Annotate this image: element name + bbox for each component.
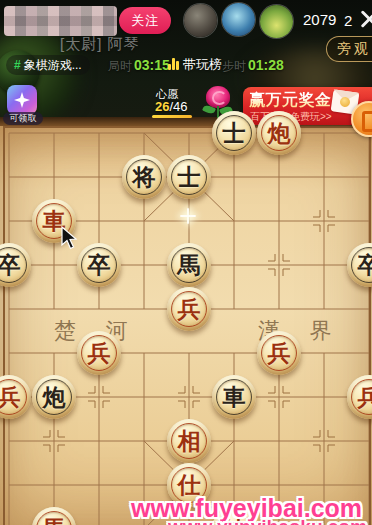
gift-box-icon[interactable] bbox=[7, 85, 37, 115]
piece-black-車-56[interactable]: 車 bbox=[212, 375, 256, 419]
piece-glyph: 卒 bbox=[347, 243, 372, 287]
piece-black-卒-23[interactable]: 卒 bbox=[77, 243, 121, 287]
game-timer-label: 局时 bbox=[108, 59, 132, 73]
viewer-avatar-3[interactable] bbox=[260, 5, 293, 38]
piece-black-馬-43[interactable]: 馬 bbox=[167, 243, 211, 287]
move-sparkle-effect bbox=[180, 208, 196, 224]
corner-count: 2 bbox=[344, 12, 352, 29]
wish-progress: 26/46 bbox=[155, 99, 188, 114]
piece-black-卒-83[interactable]: 卒 bbox=[347, 243, 372, 287]
piece-black-炮-16[interactable]: 炮 bbox=[32, 375, 76, 419]
hashtag-pill[interactable]: # 象棋游戏... bbox=[6, 55, 90, 75]
piece-glyph: 兵 bbox=[257, 331, 301, 375]
prize-banner-title: 赢万元奖金 bbox=[249, 90, 332, 111]
ranking-bars-icon bbox=[168, 58, 180, 70]
move-timer: 步时01:28 bbox=[222, 57, 284, 75]
piece-glyph: 士 bbox=[167, 155, 211, 199]
piece-red-兵-65[interactable]: 兵 bbox=[257, 331, 301, 375]
follow-button[interactable]: 关注 bbox=[119, 7, 171, 34]
piece-black-将-31[interactable]: 将 bbox=[122, 155, 166, 199]
blurred-streamer-info bbox=[4, 6, 117, 36]
streamer-name: [太尉] 阿琴 bbox=[60, 35, 140, 54]
piece-red-炮-60[interactable]: 炮 bbox=[257, 111, 301, 155]
live-stream-screen: 楚 河 漢 界 士炮将士車卒卒馬卒兵兵兵兵炮車兵相仕馬帥 关注 2079 2 [… bbox=[0, 0, 372, 525]
close-icon[interactable] bbox=[357, 7, 372, 31]
viewer-avatar-2[interactable] bbox=[222, 3, 255, 36]
piece-glyph: 炮 bbox=[32, 375, 76, 419]
piece-red-兵-86[interactable]: 兵 bbox=[347, 375, 372, 419]
piece-glyph: 将 bbox=[122, 155, 166, 199]
mouse-cursor bbox=[60, 226, 80, 250]
wish-underline bbox=[152, 115, 192, 118]
piece-glyph: 兵 bbox=[167, 287, 211, 331]
piece-black-卒-03[interactable]: 卒 bbox=[0, 243, 31, 287]
play-rank-button[interactable]: 带玩榜 bbox=[183, 56, 222, 74]
piece-glyph: 卒 bbox=[77, 243, 121, 287]
spectate-button[interactable]: 旁观 bbox=[326, 36, 372, 62]
piece-glyph: 卒 bbox=[0, 243, 31, 287]
watermark-line2: www.yunyibaoku.com bbox=[168, 516, 367, 525]
piece-red-相-47[interactable]: 相 bbox=[167, 419, 211, 463]
piece-red-兵-25[interactable]: 兵 bbox=[77, 331, 121, 375]
piece-glyph: 士 bbox=[212, 111, 256, 155]
hashtag-label: 象棋游戏... bbox=[24, 57, 82, 74]
viewer-avatar-1[interactable] bbox=[184, 4, 217, 37]
move-timer-label: 步时 bbox=[222, 59, 246, 73]
hash-icon: # bbox=[14, 58, 21, 72]
piece-glyph: 相 bbox=[167, 419, 211, 463]
claimable-badge: 可领取 bbox=[3, 112, 43, 125]
piece-glyph: 馬 bbox=[32, 507, 76, 525]
piece-black-士-50[interactable]: 士 bbox=[212, 111, 256, 155]
piece-red-兵-06[interactable]: 兵 bbox=[0, 375, 31, 419]
piece-glyph: 兵 bbox=[77, 331, 121, 375]
piece-red-兵-44[interactable]: 兵 bbox=[167, 287, 211, 331]
piece-glyph: 馬 bbox=[167, 243, 211, 287]
piece-black-士-41[interactable]: 士 bbox=[167, 155, 211, 199]
piece-glyph: 炮 bbox=[257, 111, 301, 155]
piece-glyph: 車 bbox=[212, 375, 256, 419]
piece-glyph: 兵 bbox=[347, 375, 372, 419]
piece-glyph: 兵 bbox=[0, 375, 31, 419]
game-timer: 局时03:15 bbox=[108, 57, 170, 75]
piece-red-馬-19[interactable]: 馬 bbox=[32, 507, 76, 525]
viewer-count: 2079 bbox=[303, 11, 336, 28]
